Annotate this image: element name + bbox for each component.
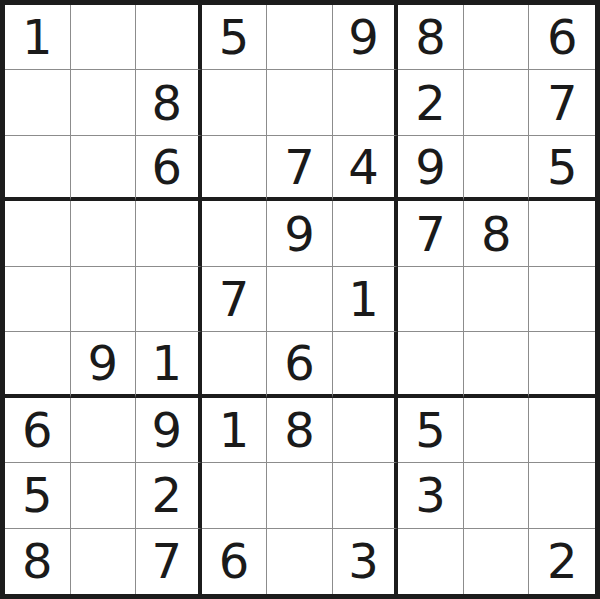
cell-r9c9-given[interactable]: 2 bbox=[529, 529, 595, 594]
cell-r5c7-empty[interactable] bbox=[398, 267, 464, 332]
cell-r3c6-given[interactable]: 4 bbox=[333, 136, 399, 201]
cell-r4c5-given[interactable]: 9 bbox=[267, 201, 333, 266]
cell-r6c5-given[interactable]: 6 bbox=[267, 332, 333, 397]
sudoku-board: 1598682767495978719166918552387632 bbox=[0, 0, 600, 599]
cell-r1c7-given[interactable]: 8 bbox=[398, 5, 464, 70]
cell-r1c5-empty[interactable] bbox=[267, 5, 333, 70]
cell-r8c6-empty[interactable] bbox=[333, 463, 399, 528]
cell-r5c9-empty[interactable] bbox=[529, 267, 595, 332]
cell-r5c3-empty[interactable] bbox=[136, 267, 202, 332]
cell-r9c3-given[interactable]: 7 bbox=[136, 529, 202, 594]
cell-r7c7-given[interactable]: 5 bbox=[398, 398, 464, 463]
cell-r8c4-empty[interactable] bbox=[202, 463, 268, 528]
sudoku-puzzle: 1598682767495978719166918552387632 bbox=[0, 0, 600, 599]
cell-r9c8-empty[interactable] bbox=[464, 529, 530, 594]
cell-r9c5-empty[interactable] bbox=[267, 529, 333, 594]
cell-r9c4-given[interactable]: 6 bbox=[202, 529, 268, 594]
cell-r6c2-given[interactable]: 9 bbox=[71, 332, 137, 397]
cell-r7c8-empty[interactable] bbox=[464, 398, 530, 463]
cell-r6c3-given[interactable]: 1 bbox=[136, 332, 202, 397]
cell-r7c4-given[interactable]: 1 bbox=[202, 398, 268, 463]
cell-r8c5-empty[interactable] bbox=[267, 463, 333, 528]
cell-r5c2-empty[interactable] bbox=[71, 267, 137, 332]
cell-r6c8-empty[interactable] bbox=[464, 332, 530, 397]
cell-r7c3-given[interactable]: 9 bbox=[136, 398, 202, 463]
cell-r4c9-empty[interactable] bbox=[529, 201, 595, 266]
cell-r4c6-empty[interactable] bbox=[333, 201, 399, 266]
cell-r2c9-given[interactable]: 7 bbox=[529, 70, 595, 135]
cell-r2c7-given[interactable]: 2 bbox=[398, 70, 464, 135]
cell-r2c3-given[interactable]: 8 bbox=[136, 70, 202, 135]
cell-r4c2-empty[interactable] bbox=[71, 201, 137, 266]
cell-r1c4-given[interactable]: 5 bbox=[202, 5, 268, 70]
cell-r2c6-empty[interactable] bbox=[333, 70, 399, 135]
cell-r3c7-given[interactable]: 9 bbox=[398, 136, 464, 201]
cell-r9c2-empty[interactable] bbox=[71, 529, 137, 594]
cell-r3c9-given[interactable]: 5 bbox=[529, 136, 595, 201]
cell-r3c8-empty[interactable] bbox=[464, 136, 530, 201]
cell-r1c9-given[interactable]: 6 bbox=[529, 5, 595, 70]
cell-r3c4-empty[interactable] bbox=[202, 136, 268, 201]
cell-r8c1-given[interactable]: 5 bbox=[5, 463, 71, 528]
cell-r2c1-empty[interactable] bbox=[5, 70, 71, 135]
cell-r4c3-empty[interactable] bbox=[136, 201, 202, 266]
cell-r5c4-given[interactable]: 7 bbox=[202, 267, 268, 332]
cell-r3c2-empty[interactable] bbox=[71, 136, 137, 201]
cell-r4c8-given[interactable]: 8 bbox=[464, 201, 530, 266]
cell-r3c3-given[interactable]: 6 bbox=[136, 136, 202, 201]
cell-r1c3-empty[interactable] bbox=[136, 5, 202, 70]
cell-r5c6-given[interactable]: 1 bbox=[333, 267, 399, 332]
cell-r7c5-given[interactable]: 8 bbox=[267, 398, 333, 463]
cell-r5c1-empty[interactable] bbox=[5, 267, 71, 332]
cell-r8c8-empty[interactable] bbox=[464, 463, 530, 528]
cell-r8c9-empty[interactable] bbox=[529, 463, 595, 528]
cell-r5c5-empty[interactable] bbox=[267, 267, 333, 332]
cell-r2c5-empty[interactable] bbox=[267, 70, 333, 135]
cell-r6c9-empty[interactable] bbox=[529, 332, 595, 397]
cell-r8c7-given[interactable]: 3 bbox=[398, 463, 464, 528]
cell-r1c6-given[interactable]: 9 bbox=[333, 5, 399, 70]
cell-r5c8-empty[interactable] bbox=[464, 267, 530, 332]
cell-r1c2-empty[interactable] bbox=[71, 5, 137, 70]
cell-r2c2-empty[interactable] bbox=[71, 70, 137, 135]
cell-r9c6-given[interactable]: 3 bbox=[333, 529, 399, 594]
cell-r3c1-empty[interactable] bbox=[5, 136, 71, 201]
cell-r7c9-empty[interactable] bbox=[529, 398, 595, 463]
cell-r6c7-empty[interactable] bbox=[398, 332, 464, 397]
cell-r1c1-given[interactable]: 1 bbox=[5, 5, 71, 70]
cell-r3c5-given[interactable]: 7 bbox=[267, 136, 333, 201]
cell-r2c8-empty[interactable] bbox=[464, 70, 530, 135]
cell-r1c8-empty[interactable] bbox=[464, 5, 530, 70]
cell-r8c2-empty[interactable] bbox=[71, 463, 137, 528]
cell-r6c1-empty[interactable] bbox=[5, 332, 71, 397]
cell-r6c6-empty[interactable] bbox=[333, 332, 399, 397]
cell-r2c4-empty[interactable] bbox=[202, 70, 268, 135]
cell-r4c1-empty[interactable] bbox=[5, 201, 71, 266]
cell-r6c4-empty[interactable] bbox=[202, 332, 268, 397]
cell-r4c4-empty[interactable] bbox=[202, 201, 268, 266]
cell-r7c2-empty[interactable] bbox=[71, 398, 137, 463]
cell-r7c1-given[interactable]: 6 bbox=[5, 398, 71, 463]
cell-r7c6-empty[interactable] bbox=[333, 398, 399, 463]
cell-r8c3-given[interactable]: 2 bbox=[136, 463, 202, 528]
cell-r9c7-empty[interactable] bbox=[398, 529, 464, 594]
cell-r4c7-given[interactable]: 7 bbox=[398, 201, 464, 266]
cell-r9c1-given[interactable]: 8 bbox=[5, 529, 71, 594]
